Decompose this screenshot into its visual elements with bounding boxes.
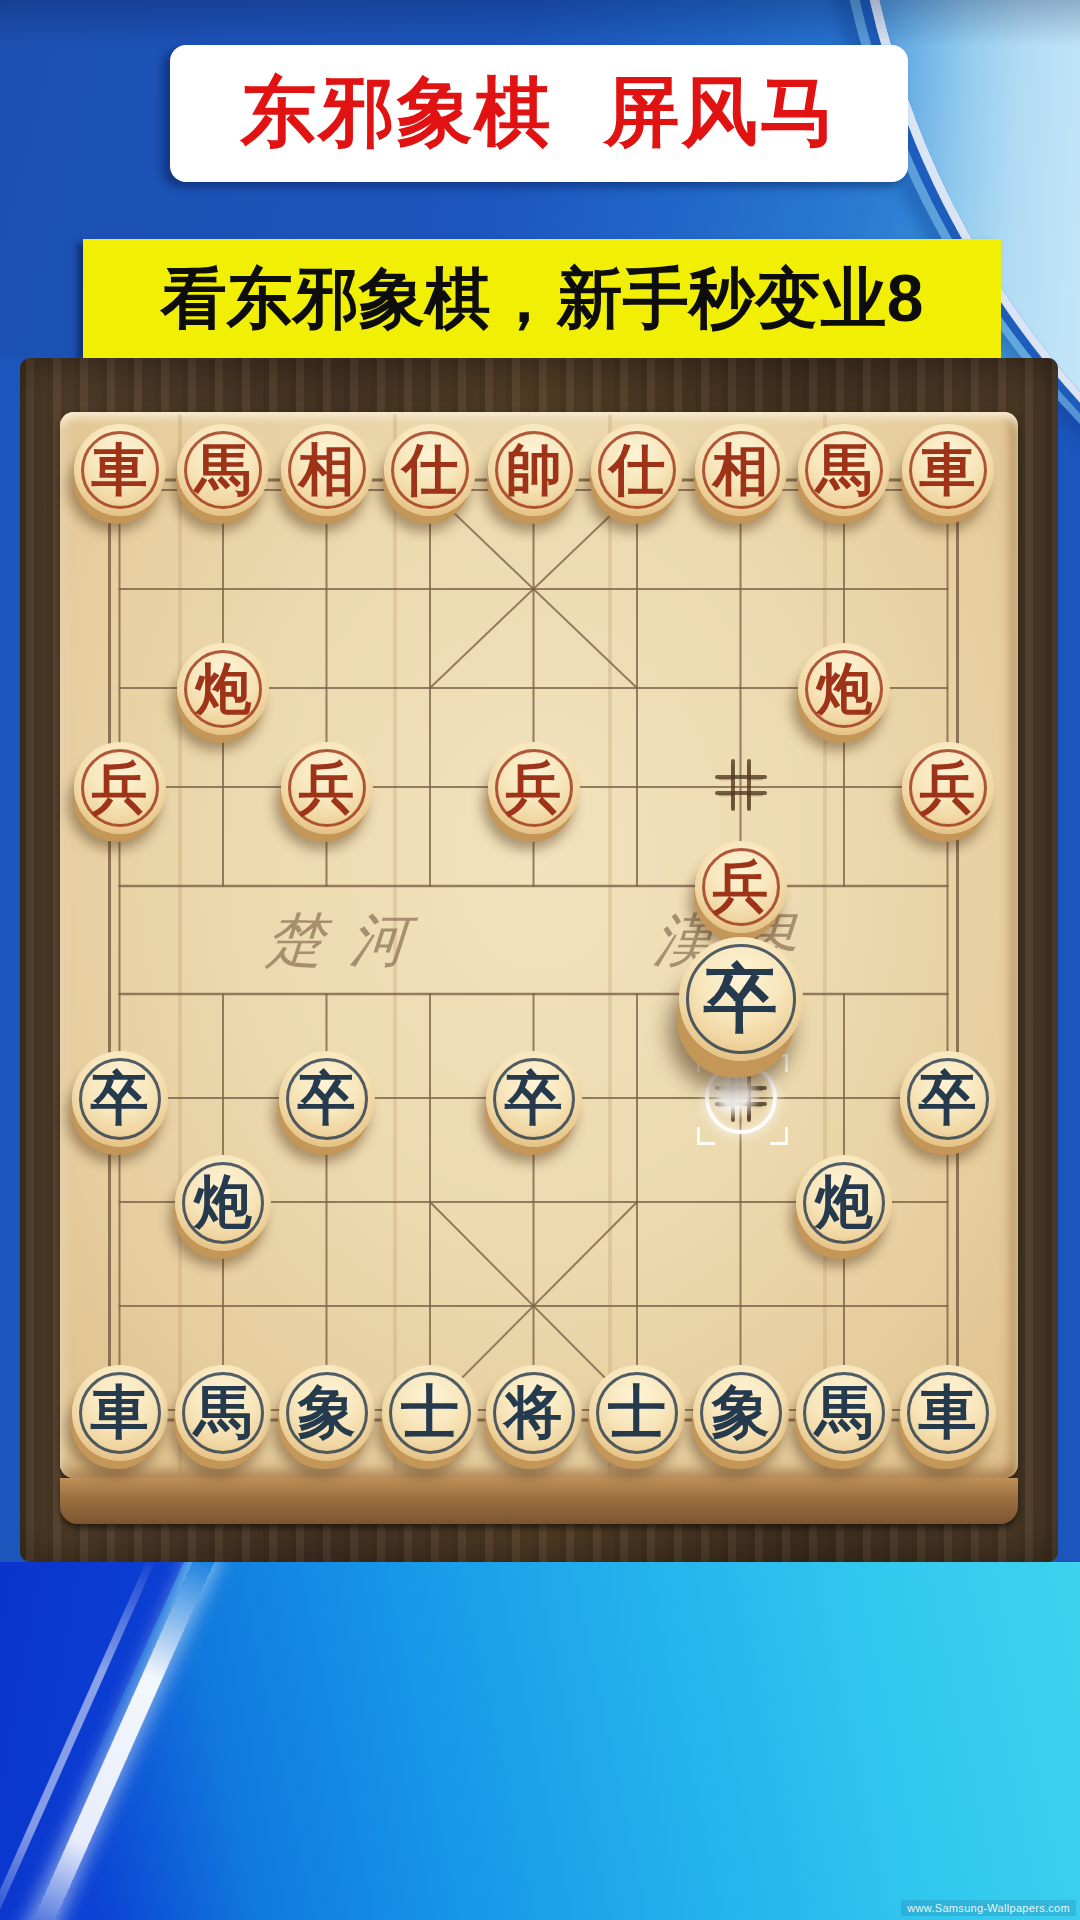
piece-glyph: 卒 [919,1070,977,1128]
xiangqi-piece-black-卒[interactable]: 卒 [900,1051,996,1147]
piece-glyph: 兵 [299,760,355,816]
subtitle-banner: 看东邪象棋，新手秒变业8 [83,239,1001,358]
piece-glyph: 馬 [816,442,872,498]
piece-glyph: 卒 [704,962,778,1036]
xiangqi-piece-red-兵[interactable]: 兵 [902,742,994,834]
piece-glyph: 車 [919,1384,977,1442]
xiangqi-piece-red-兵[interactable]: 兵 [695,841,787,933]
xiangqi-piece-red-炮[interactable]: 炮 [798,643,890,735]
piece-glyph: 車 [92,442,148,498]
xiangqi-piece-red-相[interactable]: 相 [281,424,373,516]
xiangqi-piece-black-炮[interactable]: 炮 [175,1155,271,1251]
xiangqi-piece-black-卒[interactable]: 卒 [486,1051,582,1147]
xiangqi-piece-black-炮[interactable]: 炮 [796,1155,892,1251]
xiangqi-piece-red-帥[interactable]: 帥 [488,424,580,516]
move-origin-marker [713,757,769,817]
xiangqi-piece-red-兵[interactable]: 兵 [74,742,166,834]
xiangqi-piece-red-兵[interactable]: 兵 [281,742,373,834]
subtitle-text: 看东邪象棋，新手秒变业8 [161,254,924,344]
title-card: 东邪象棋 屏风马 [170,45,908,182]
piece-glyph: 兵 [713,859,769,915]
watermark: www.Samsung-Wallpapers.com [901,1900,1076,1916]
piece-glyph: 馬 [195,442,251,498]
piece-glyph: 相 [299,442,355,498]
piece-glyph: 士 [401,1384,459,1442]
piece-glyph: 将 [505,1384,563,1442]
piece-glyph: 兵 [920,760,976,816]
xiangqi-piece-black-卒[interactable]: 卒 [679,937,803,1061]
xiangqi-piece-black-将[interactable]: 将 [486,1365,582,1461]
xiangqi-piece-black-士[interactable]: 士 [589,1365,685,1461]
piece-glyph: 車 [920,442,976,498]
xiangqi-piece-red-車[interactable]: 車 [902,424,994,516]
piece-glyph: 卒 [91,1070,149,1128]
xiangqi-piece-black-卒[interactable]: 卒 [279,1051,375,1147]
xiangqi-piece-red-馬[interactable]: 馬 [177,424,269,516]
xiangqi-board-frame: 楚河 漢界 車馬相仕帥仕相馬車炮炮兵兵兵兵兵卒卒卒卒卒炮炮車馬象士将士象馬車 [20,358,1058,1562]
piece-glyph: 馬 [194,1384,252,1442]
xiangqi-piece-red-仕[interactable]: 仕 [384,424,476,516]
piece-glyph: 象 [712,1384,770,1442]
xiangqi-piece-black-馬[interactable]: 馬 [796,1365,892,1461]
video-frame: www.Samsung-Wallpapers.com 东邪象棋 屏风马 看东邪象… [0,0,1080,1920]
piece-glyph: 炮 [194,1174,252,1232]
xiangqi-piece-black-士[interactable]: 士 [382,1365,478,1461]
piece-glyph: 炮 [816,661,872,717]
piece-glyph: 士 [608,1384,666,1442]
cursor-glow [707,1067,761,1121]
piece-glyph: 卒 [505,1070,563,1128]
xiangqi-piece-red-車[interactable]: 車 [74,424,166,516]
xiangqi-piece-black-馬[interactable]: 馬 [175,1365,271,1461]
xiangqi-piece-black-卒[interactable]: 卒 [72,1051,168,1147]
piece-glyph: 車 [91,1384,149,1442]
xiangqi-piece-red-馬[interactable]: 馬 [798,424,890,516]
piece-glyph: 仕 [402,442,458,498]
piece-glyph: 仕 [609,442,665,498]
xiangqi-piece-black-象[interactable]: 象 [279,1365,375,1461]
piece-glyph: 炮 [815,1174,873,1232]
xiangqi-piece-red-炮[interactable]: 炮 [177,643,269,735]
xiangqi-piece-black-象[interactable]: 象 [693,1365,789,1461]
piece-glyph: 相 [713,442,769,498]
piece-glyph: 帥 [506,442,562,498]
river-text-chuhe: 楚河 [263,902,436,980]
xiangqi-piece-red-相[interactable]: 相 [695,424,787,516]
xiangqi-piece-black-車[interactable]: 車 [72,1365,168,1461]
xiangqi-piece-black-車[interactable]: 車 [900,1365,996,1461]
background-bottom: www.Samsung-Wallpapers.com [0,1562,1080,1920]
xiangqi-piece-red-仕[interactable]: 仕 [591,424,683,516]
piece-glyph: 馬 [815,1384,873,1442]
piece-glyph: 象 [298,1384,356,1442]
piece-glyph: 炮 [195,661,251,717]
piece-glyph: 兵 [506,760,562,816]
title-text: 东邪象棋 屏风马 [240,62,837,165]
xiangqi-piece-red-兵[interactable]: 兵 [488,742,580,834]
piece-glyph: 兵 [92,760,148,816]
piece-glyph: 卒 [298,1070,356,1128]
